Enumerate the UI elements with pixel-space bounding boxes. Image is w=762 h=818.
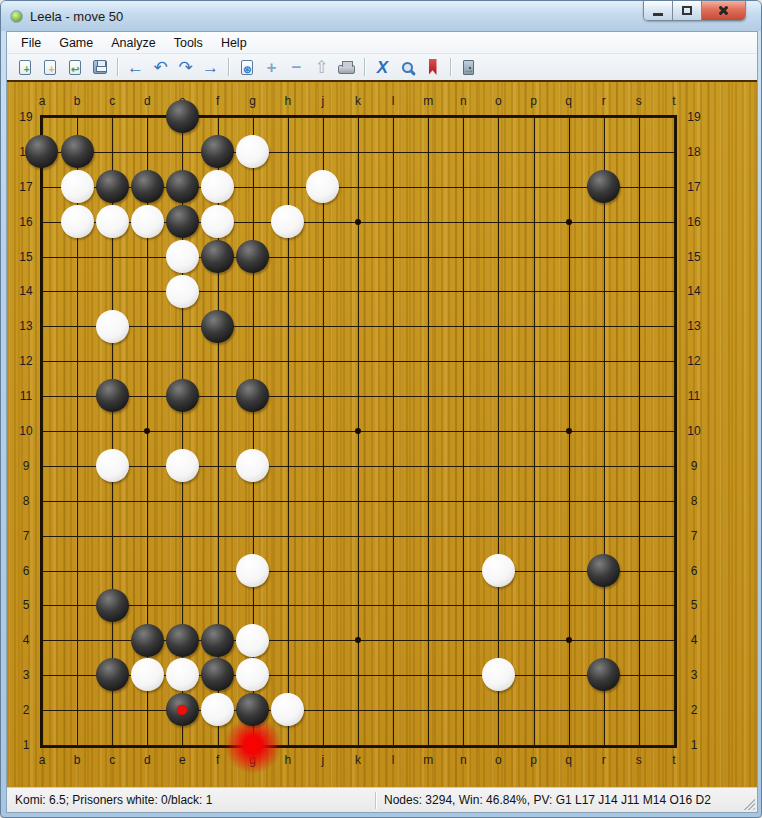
row-label-right-16: 16 — [687, 215, 700, 229]
black-stone — [236, 240, 269, 273]
row-label-left-4: 4 — [23, 633, 30, 647]
zoom-in-icon: + — [267, 59, 277, 76]
menu-tools[interactable]: Tools — [165, 33, 212, 53]
first-move-icon[interactable]: ← — [123, 56, 148, 78]
white-stone — [271, 693, 304, 726]
white-stone — [96, 205, 129, 238]
white-stone — [236, 658, 269, 691]
white-stone — [61, 205, 94, 238]
star-point — [355, 219, 361, 225]
first-move-icon: ← — [127, 59, 144, 76]
row-label-right-11: 11 — [688, 389, 700, 403]
row-label-left-14: 14 — [19, 284, 32, 298]
col-label-bottom-d: d — [144, 753, 151, 767]
row-label-right-17: 17 — [687, 180, 700, 194]
black-stone — [236, 379, 269, 412]
white-stone — [482, 554, 515, 587]
white-stone — [236, 135, 269, 168]
toolbar-separator — [228, 58, 229, 76]
col-label-top-n: n — [460, 94, 467, 108]
save-icon[interactable] — [87, 56, 112, 78]
board-grid — [24, 100, 691, 763]
toolbar-separator — [364, 58, 365, 76]
row-label-left-10: 10 — [19, 424, 32, 438]
white-stone — [201, 170, 234, 203]
row-label-right-1: 1 — [691, 738, 698, 752]
white-stone — [236, 449, 269, 482]
white-stone — [96, 449, 129, 482]
star-point — [566, 637, 572, 643]
undo-move-icon: ↶ — [153, 59, 167, 76]
bookmark-icon — [429, 59, 437, 75]
status-engine-info: Nodes: 3294, Win: 46.84%, PV: G1 L17 J14… — [384, 793, 711, 807]
client-area: File Game Analyze Tools Help ++↩←↶↷→⊛+−⇧… — [6, 31, 758, 813]
row-label-right-7: 7 — [691, 529, 698, 543]
col-label-bottom-t: t — [672, 753, 675, 767]
row-label-right-8: 8 — [691, 494, 698, 508]
row-label-right-10: 10 — [687, 424, 700, 438]
black-stone — [131, 170, 164, 203]
door-arrow-icon: → — [463, 63, 475, 75]
black-stone — [201, 240, 234, 273]
col-label-bottom-q: q — [565, 753, 572, 767]
analyze-icon: ⊛ — [241, 60, 253, 75]
col-label-bottom-s: s — [636, 753, 642, 767]
open-file-icon: ↩ — [69, 60, 81, 75]
zoom-out-icon[interactable]: − — [284, 56, 309, 78]
black-stone — [96, 589, 129, 622]
new-window-icon-badge: + — [49, 65, 55, 75]
col-label-top-s: s — [636, 94, 642, 108]
menu-analyze[interactable]: Analyze — [102, 33, 164, 53]
redo-move-icon[interactable]: ↷ — [173, 56, 198, 78]
black-stone — [587, 170, 620, 203]
black-stone — [587, 658, 620, 691]
row-label-right-9: 9 — [691, 459, 698, 473]
col-label-bottom-j: j — [322, 753, 325, 767]
leela-app-icon — [10, 10, 23, 23]
col-label-top-l: l — [392, 94, 395, 108]
row-label-right-19: 19 — [687, 110, 700, 124]
row-label-right-3: 3 — [691, 668, 698, 682]
last-move-icon: → — [202, 59, 219, 76]
black-stone — [25, 135, 58, 168]
new-window-icon: + — [44, 60, 56, 75]
col-label-top-p: p — [530, 94, 537, 108]
row-label-left-1: 1 — [23, 738, 30, 752]
row-label-left-12: 12 — [19, 354, 32, 368]
white-stone — [61, 170, 94, 203]
black-stone — [96, 658, 129, 691]
status-komi-prisoners: Komi: 6.5; Prisoners white: 0/black: 1 — [7, 793, 375, 807]
row-label-left-3: 3 — [23, 668, 30, 682]
resize-grip[interactable] — [742, 797, 755, 810]
maximize-icon — [682, 6, 692, 15]
star-point — [355, 637, 361, 643]
col-label-bottom-c: c — [109, 753, 115, 767]
white-stone — [131, 658, 164, 691]
col-label-top-k: k — [355, 94, 361, 108]
star-point — [566, 428, 572, 434]
black-stone — [587, 554, 620, 587]
row-label-right-6: 6 — [691, 564, 698, 578]
white-stone — [306, 170, 339, 203]
black-stone — [201, 658, 234, 691]
new-window-icon[interactable]: + — [37, 56, 62, 78]
black-stone — [166, 205, 199, 238]
row-label-left-8: 8 — [23, 494, 30, 508]
open-file-icon-badge: ↩ — [71, 65, 79, 75]
white-stone — [131, 205, 164, 238]
col-label-bottom-l: l — [392, 753, 395, 767]
exit-icon[interactable]: → — [456, 56, 481, 78]
save-icon — [93, 60, 107, 74]
toolbar-separator — [450, 58, 451, 76]
undo-move-icon[interactable]: ↶ — [148, 56, 173, 78]
search-icon — [402, 62, 413, 73]
row-label-right-5: 5 — [691, 598, 698, 612]
row-label-left-15: 15 — [19, 250, 32, 264]
col-label-bottom-h: h — [284, 753, 291, 767]
menu-file[interactable]: File — [12, 33, 50, 53]
minimize-button[interactable] — [644, 1, 673, 20]
print-icon — [338, 65, 355, 74]
black-stone — [96, 379, 129, 412]
row-label-left-5: 5 — [23, 598, 30, 612]
col-label-top-g: g — [249, 94, 256, 108]
row-label-left-9: 9 — [23, 459, 30, 473]
col-label-top-c: c — [109, 94, 115, 108]
col-label-top-d: d — [144, 94, 151, 108]
maximize-button[interactable] — [673, 1, 702, 20]
black-stone — [201, 310, 234, 343]
window-controls — [643, 1, 746, 21]
print-icon[interactable] — [334, 56, 359, 78]
white-stone — [201, 693, 234, 726]
white-stone — [166, 240, 199, 273]
row-label-right-4: 4 — [691, 633, 698, 647]
row-label-right-2: 2 — [691, 703, 698, 717]
white-stone — [236, 554, 269, 587]
minimize-icon — [653, 13, 663, 16]
white-stone — [166, 275, 199, 308]
black-stone — [166, 379, 199, 412]
col-label-top-r: r — [602, 94, 606, 108]
redo-move-icon: ↷ — [178, 59, 192, 76]
black-stone — [166, 624, 199, 657]
white-stone — [166, 449, 199, 482]
last-move-marker — [177, 705, 187, 715]
zoom-in-icon[interactable]: + — [259, 56, 284, 78]
row-label-left-16: 16 — [19, 215, 32, 229]
col-label-bottom-k: k — [355, 753, 361, 767]
star-point — [566, 219, 572, 225]
col-label-bottom-b: b — [74, 753, 81, 767]
star-point — [144, 428, 150, 434]
new-game-icon-badge: + — [24, 65, 30, 75]
last-move-icon[interactable]: → — [198, 56, 223, 78]
status-separator — [375, 792, 376, 809]
black-stone — [201, 624, 234, 657]
col-label-top-o: o — [495, 94, 502, 108]
col-label-top-h: h — [284, 94, 291, 108]
row-label-left-2: 2 — [23, 703, 30, 717]
menu-help[interactable]: Help — [212, 33, 256, 53]
pass-icon: ⇧ — [314, 59, 328, 76]
black-stone — [131, 624, 164, 657]
black-stone — [166, 693, 199, 726]
black-stone — [96, 170, 129, 203]
search-icon[interactable] — [395, 56, 420, 78]
status-bar: Komi: 6.5; Prisoners white: 0/black: 1 N… — [7, 787, 757, 812]
col-label-bottom-f: f — [216, 753, 219, 767]
col-label-bottom-e: e — [179, 753, 186, 767]
row-label-left-17: 17 — [19, 180, 32, 194]
col-label-top-t: t — [672, 94, 675, 108]
toolbar-separator — [117, 58, 118, 76]
row-label-left-13: 13 — [19, 319, 32, 333]
analyze-icon-badge: ⊛ — [243, 65, 251, 75]
col-label-bottom-m: m — [423, 753, 433, 767]
col-label-bottom-n: n — [460, 753, 467, 767]
menu-game[interactable]: Game — [50, 33, 102, 53]
exit-icon: → — [463, 60, 474, 75]
close-icon — [717, 4, 730, 17]
white-stone — [236, 624, 269, 657]
pass-icon[interactable]: ⇧ — [309, 56, 334, 78]
row-label-left-19: 19 — [19, 110, 32, 124]
zoom-out-icon: − — [292, 59, 302, 76]
row-label-right-13: 13 — [687, 319, 700, 333]
row-label-right-18: 18 — [687, 145, 700, 159]
clear-analysis-icon: X — [377, 59, 388, 76]
black-stone — [201, 135, 234, 168]
col-label-top-f: f — [216, 94, 219, 108]
bookmark-icon[interactable] — [420, 56, 445, 78]
col-label-bottom-o: o — [495, 753, 502, 767]
menu-bar: File Game Analyze Tools Help — [7, 32, 757, 54]
row-label-left-7: 7 — [23, 529, 30, 543]
star-point — [355, 428, 361, 434]
white-stone — [201, 205, 234, 238]
new-game-icon: + — [19, 60, 31, 75]
black-stone — [61, 135, 94, 168]
col-label-top-b: b — [74, 94, 81, 108]
col-label-top-j: j — [322, 94, 325, 108]
white-stone — [482, 658, 515, 691]
go-board[interactable]: aabbccddeeffgghhjjkkllmmnnooppqqrrsstt19… — [7, 80, 757, 787]
toolbar: ++↩←↶↷→⊛+−⇧X→ — [7, 54, 757, 80]
app-window: Leela - move 50 File Game Analyze Tools … — [0, 0, 762, 818]
col-label-bottom-r: r — [602, 753, 606, 767]
row-label-left-6: 6 — [23, 564, 30, 578]
new-game-icon[interactable]: + — [12, 56, 37, 78]
white-stone — [96, 310, 129, 343]
open-file-icon[interactable]: ↩ — [62, 56, 87, 78]
white-stone — [271, 205, 304, 238]
black-stone — [166, 100, 199, 133]
col-label-bottom-p: p — [530, 753, 537, 767]
row-label-left-11: 11 — [20, 389, 32, 403]
analyze-icon[interactable]: ⊛ — [234, 56, 259, 78]
row-label-right-12: 12 — [687, 354, 700, 368]
close-button[interactable] — [702, 1, 745, 20]
row-label-right-15: 15 — [687, 250, 700, 264]
col-label-top-q: q — [565, 94, 572, 108]
col-label-bottom-a: a — [39, 753, 46, 767]
clear-analysis-icon[interactable]: X — [370, 56, 395, 78]
window-title: Leela - move 50 — [30, 9, 123, 24]
row-label-right-14: 14 — [687, 284, 700, 298]
white-stone — [166, 658, 199, 691]
black-stone — [166, 170, 199, 203]
col-label-top-a: a — [39, 94, 46, 108]
col-label-top-m: m — [423, 94, 433, 108]
